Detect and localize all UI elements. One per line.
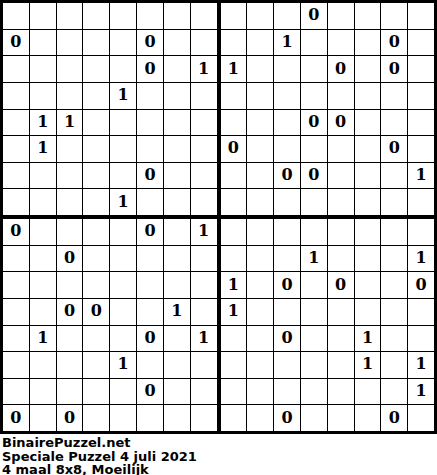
cell-r12-c6-empty[interactable] bbox=[164, 326, 190, 352]
cell-r14-c12-empty[interactable] bbox=[328, 379, 354, 405]
cell-r4-c14-empty[interactable] bbox=[381, 110, 407, 136]
cell-r13-c14-empty[interactable] bbox=[381, 352, 407, 378]
cell-r0-c9-empty[interactable] bbox=[247, 3, 273, 29]
cell-r12-c2-empty[interactable] bbox=[57, 326, 83, 352]
cell-r0-c13-empty[interactable] bbox=[355, 3, 381, 29]
cell-r0-c14-empty[interactable] bbox=[381, 3, 407, 29]
cell-r5-c10-empty[interactable] bbox=[274, 136, 300, 162]
cell-r8-c12-empty[interactable] bbox=[328, 219, 354, 245]
cell-r5-c7-empty[interactable] bbox=[191, 136, 217, 162]
cell-r0-c1-empty[interactable] bbox=[30, 3, 56, 29]
cell-r13-c13-clue-1[interactable]: 1 bbox=[355, 352, 381, 378]
cell-r10-c4-empty[interactable] bbox=[110, 272, 136, 298]
cell-r14-c1-empty[interactable] bbox=[30, 379, 56, 405]
cell-r3-c15-empty[interactable] bbox=[408, 83, 434, 109]
cell-r4-c8-empty[interactable] bbox=[221, 110, 247, 136]
cell-r5-c1-clue-1[interactable]: 1 bbox=[30, 136, 56, 162]
cell-r5-c6-empty[interactable] bbox=[164, 136, 190, 162]
cell-r15-c14-clue-0[interactable]: 0 bbox=[381, 405, 407, 431]
cell-r15-c11-empty[interactable] bbox=[301, 405, 327, 431]
cell-r4-c2-clue-1[interactable]: 1 bbox=[57, 110, 83, 136]
cell-r1-c6-empty[interactable] bbox=[164, 30, 190, 56]
cell-r15-c7-empty[interactable] bbox=[191, 405, 217, 431]
cell-r15-c6-empty[interactable] bbox=[164, 405, 190, 431]
cell-r3-c12-empty[interactable] bbox=[328, 83, 354, 109]
cell-r1-c0-clue-0[interactable]: 0 bbox=[3, 30, 29, 56]
cell-r12-c4-empty[interactable] bbox=[110, 326, 136, 352]
cell-r15-c15-empty[interactable] bbox=[408, 405, 434, 431]
cell-r4-c11-clue-0[interactable]: 0 bbox=[301, 110, 327, 136]
cell-r2-c15-empty[interactable] bbox=[408, 56, 434, 82]
cell-r11-c9-empty[interactable] bbox=[247, 299, 273, 325]
cell-r11-c8-clue-1[interactable]: 1 bbox=[221, 299, 247, 325]
cell-r1-c12-empty[interactable] bbox=[328, 30, 354, 56]
cell-r11-c7-empty[interactable] bbox=[191, 299, 217, 325]
cell-r3-c9-empty[interactable] bbox=[247, 83, 273, 109]
cell-r10-c11-empty[interactable] bbox=[301, 272, 327, 298]
cell-r9-c2-clue-0[interactable]: 0 bbox=[57, 246, 83, 272]
cell-r7-c14-empty[interactable] bbox=[381, 189, 407, 215]
cell-r13-c4-clue-1[interactable]: 1 bbox=[110, 352, 136, 378]
cell-r4-c0-empty[interactable] bbox=[3, 110, 29, 136]
cell-r11-c2-clue-0[interactable]: 0 bbox=[57, 299, 83, 325]
cell-r9-c5-empty[interactable] bbox=[137, 246, 163, 272]
cell-r1-c4-empty[interactable] bbox=[110, 30, 136, 56]
cell-r12-c11-empty[interactable] bbox=[301, 326, 327, 352]
cell-r1-c9-empty[interactable] bbox=[247, 30, 273, 56]
cell-r1-c15-empty[interactable] bbox=[408, 30, 434, 56]
cell-r5-c15-empty[interactable] bbox=[408, 136, 434, 162]
cell-r6-c5-clue-0[interactable]: 0 bbox=[137, 163, 163, 189]
cell-r14-c13-empty[interactable] bbox=[355, 379, 381, 405]
cell-r13-c5-empty[interactable] bbox=[137, 352, 163, 378]
cell-r7-c5-empty[interactable] bbox=[137, 189, 163, 215]
cell-r13-c12-empty[interactable] bbox=[328, 352, 354, 378]
cell-r6-c0-empty[interactable] bbox=[3, 163, 29, 189]
cell-r0-c7-empty[interactable] bbox=[191, 3, 217, 29]
cell-r15-c9-empty[interactable] bbox=[247, 405, 273, 431]
cell-r2-c12-clue-0[interactable]: 0 bbox=[328, 56, 354, 82]
cell-r7-c4-clue-1[interactable]: 1 bbox=[110, 189, 136, 215]
cell-r3-c0-empty[interactable] bbox=[3, 83, 29, 109]
cell-r11-c11-empty[interactable] bbox=[301, 299, 327, 325]
cell-r12-c14-empty[interactable] bbox=[381, 326, 407, 352]
cell-r5-c14-clue-0[interactable]: 0 bbox=[381, 136, 407, 162]
cell-r6-c12-empty[interactable] bbox=[328, 163, 354, 189]
cell-r15-c4-empty[interactable] bbox=[110, 405, 136, 431]
cell-r5-c4-empty[interactable] bbox=[110, 136, 136, 162]
cell-r1-c8-empty[interactable] bbox=[221, 30, 247, 56]
cell-r12-c7-clue-1[interactable]: 1 bbox=[191, 326, 217, 352]
cell-r5-c8-clue-0[interactable]: 0 bbox=[221, 136, 247, 162]
cell-r4-c9-empty[interactable] bbox=[247, 110, 273, 136]
cell-r4-c15-empty[interactable] bbox=[408, 110, 434, 136]
cell-r1-c7-empty[interactable] bbox=[191, 30, 217, 56]
cell-r6-c8-empty[interactable] bbox=[221, 163, 247, 189]
footer-puzzle-info: 4 maal 8x8, Moeilijk bbox=[2, 463, 437, 475]
cell-r9-c6-empty[interactable] bbox=[164, 246, 190, 272]
cell-r6-c1-empty[interactable] bbox=[30, 163, 56, 189]
cell-r14-c14-empty[interactable] bbox=[381, 379, 407, 405]
cell-r11-c10-empty[interactable] bbox=[274, 299, 300, 325]
cell-r7-c1-empty[interactable] bbox=[30, 189, 56, 215]
cell-r7-c13-empty[interactable] bbox=[355, 189, 381, 215]
cell-r8-c1-empty[interactable] bbox=[30, 219, 56, 245]
footer-puzzle-title: Speciale Puzzel 4 juli 2021 bbox=[2, 450, 437, 464]
cell-r13-c10-empty[interactable] bbox=[274, 352, 300, 378]
cell-r6-c4-empty[interactable] bbox=[110, 163, 136, 189]
cell-r3-c7-empty[interactable] bbox=[191, 83, 217, 109]
cell-r8-c8-empty[interactable] bbox=[221, 219, 247, 245]
cell-r4-c3-empty[interactable] bbox=[83, 110, 109, 136]
cell-r2-c11-empty[interactable] bbox=[301, 56, 327, 82]
cell-r7-c9-empty[interactable] bbox=[247, 189, 273, 215]
cell-r5-c0-empty[interactable] bbox=[3, 136, 29, 162]
cell-r2-c9-empty[interactable] bbox=[247, 56, 273, 82]
cell-r10-c2-empty[interactable] bbox=[57, 272, 83, 298]
cell-r6-c2-empty[interactable] bbox=[57, 163, 83, 189]
cell-r7-c0-empty[interactable] bbox=[3, 189, 29, 215]
cell-r8-c4-empty[interactable] bbox=[110, 219, 136, 245]
cell-r6-c6-empty[interactable] bbox=[164, 163, 190, 189]
cell-r2-c1-empty[interactable] bbox=[30, 56, 56, 82]
cell-r1-c2-empty[interactable] bbox=[57, 30, 83, 56]
cell-r14-c7-empty[interactable] bbox=[191, 379, 217, 405]
cell-r11-c0-empty[interactable] bbox=[3, 299, 29, 325]
cell-r8-c13-empty[interactable] bbox=[355, 219, 381, 245]
cell-r4-c7-empty[interactable] bbox=[191, 110, 217, 136]
cell-r8-c5-clue-0[interactable]: 0 bbox=[137, 219, 163, 245]
cell-r3-c5-empty[interactable] bbox=[137, 83, 163, 109]
cell-r9-c1-empty[interactable] bbox=[30, 246, 56, 272]
cell-r10-c10-clue-0[interactable]: 0 bbox=[274, 272, 300, 298]
cell-r10-c1-empty[interactable] bbox=[30, 272, 56, 298]
cell-r9-c3-empty[interactable] bbox=[83, 246, 109, 272]
cell-r12-c9-empty[interactable] bbox=[247, 326, 273, 352]
cell-r7-c11-empty[interactable] bbox=[301, 189, 327, 215]
cell-r11-c6-clue-1[interactable]: 1 bbox=[164, 299, 190, 325]
cell-r2-c4-empty[interactable] bbox=[110, 56, 136, 82]
cell-r2-c6-empty[interactable] bbox=[164, 56, 190, 82]
cell-r10-c0-empty[interactable] bbox=[3, 272, 29, 298]
cell-r1-c5-clue-0[interactable]: 0 bbox=[137, 30, 163, 56]
cell-r10-c12-clue-0[interactable]: 0 bbox=[328, 272, 354, 298]
cell-r15-c12-empty[interactable] bbox=[328, 405, 354, 431]
cell-r13-c1-empty[interactable] bbox=[30, 352, 56, 378]
cell-r9-c11-clue-1[interactable]: 1 bbox=[301, 246, 327, 272]
cell-r9-c12-empty[interactable] bbox=[328, 246, 354, 272]
cell-r3-c13-empty[interactable] bbox=[355, 83, 381, 109]
cell-r3-c1-empty[interactable] bbox=[30, 83, 56, 109]
cell-r11-c4-empty[interactable] bbox=[110, 299, 136, 325]
cell-r14-c8-empty[interactable] bbox=[221, 379, 247, 405]
cell-r14-c6-empty[interactable] bbox=[164, 379, 190, 405]
cell-r10-c3-empty[interactable] bbox=[83, 272, 109, 298]
cell-r12-c5-clue-0[interactable]: 0 bbox=[137, 326, 163, 352]
cell-r8-c14-empty[interactable] bbox=[381, 219, 407, 245]
cell-r0-c11-clue-0[interactable]: 0 bbox=[301, 3, 327, 29]
cell-r14-c10-empty[interactable] bbox=[274, 379, 300, 405]
cell-r2-c8-clue-1[interactable]: 1 bbox=[221, 56, 247, 82]
cell-r7-c10-empty[interactable] bbox=[274, 189, 300, 215]
cell-r9-c13-empty[interactable] bbox=[355, 246, 381, 272]
cell-r5-c3-empty[interactable] bbox=[83, 136, 109, 162]
cell-r15-c2-clue-0[interactable]: 0 bbox=[57, 405, 83, 431]
quadrant-bottom-left: 00100011011000 bbox=[3, 219, 217, 431]
cell-r8-c9-empty[interactable] bbox=[247, 219, 273, 245]
cell-r11-c13-empty[interactable] bbox=[355, 299, 381, 325]
cell-r10-c8-clue-1[interactable]: 1 bbox=[221, 272, 247, 298]
cell-r12-c8-empty[interactable] bbox=[221, 326, 247, 352]
cell-r13-c0-empty[interactable] bbox=[3, 352, 29, 378]
cell-r9-c0-empty[interactable] bbox=[3, 246, 29, 272]
cell-r9-c14-empty[interactable] bbox=[381, 246, 407, 272]
cell-r13-c9-empty[interactable] bbox=[247, 352, 273, 378]
cell-r15-c10-clue-0[interactable]: 0 bbox=[274, 405, 300, 431]
cell-r15-c1-empty[interactable] bbox=[30, 405, 56, 431]
cell-r4-c13-empty[interactable] bbox=[355, 110, 381, 136]
cell-r12-c3-empty[interactable] bbox=[83, 326, 109, 352]
puzzle-board: 0001111101 0101000000001 00100011011000 … bbox=[0, 0, 437, 434]
cell-r10-c5-empty[interactable] bbox=[137, 272, 163, 298]
cell-r4-c6-empty[interactable] bbox=[164, 110, 190, 136]
cell-r10-c13-empty[interactable] bbox=[355, 272, 381, 298]
cell-r12-c1-clue-1[interactable]: 1 bbox=[30, 326, 56, 352]
cell-r2-c13-empty[interactable] bbox=[355, 56, 381, 82]
cell-r8-c11-empty[interactable] bbox=[301, 219, 327, 245]
cell-r0-c8-empty[interactable] bbox=[221, 3, 247, 29]
cell-r4-c1-clue-1[interactable]: 1 bbox=[30, 110, 56, 136]
cell-r1-c13-empty[interactable] bbox=[355, 30, 381, 56]
cell-r1-c11-empty[interactable] bbox=[301, 30, 327, 56]
cell-r15-c8-empty[interactable] bbox=[221, 405, 247, 431]
cell-r13-c15-clue-1[interactable]: 1 bbox=[408, 352, 434, 378]
cell-r1-c3-empty[interactable] bbox=[83, 30, 109, 56]
cell-r15-c13-empty[interactable] bbox=[355, 405, 381, 431]
cell-r14-c15-clue-1[interactable]: 1 bbox=[408, 379, 434, 405]
cell-r5-c13-empty[interactable] bbox=[355, 136, 381, 162]
cell-r8-c3-empty[interactable] bbox=[83, 219, 109, 245]
cell-r3-c14-empty[interactable] bbox=[381, 83, 407, 109]
quadrant-bottom-right: 11100010111100 bbox=[221, 219, 435, 431]
cell-r0-c5-empty[interactable] bbox=[137, 3, 163, 29]
puzzle-page: 0001111101 0101000000001 00100011011000 … bbox=[0, 0, 437, 475]
cell-r14-c4-empty[interactable] bbox=[110, 379, 136, 405]
cell-r5-c2-empty[interactable] bbox=[57, 136, 83, 162]
cell-r13-c3-empty[interactable] bbox=[83, 352, 109, 378]
cell-r13-c8-empty[interactable] bbox=[221, 352, 247, 378]
cell-r15-c0-clue-0[interactable]: 0 bbox=[3, 405, 29, 431]
cell-r0-c0-empty[interactable] bbox=[3, 3, 29, 29]
cell-r2-c7-clue-1[interactable]: 1 bbox=[191, 56, 217, 82]
cell-r0-c12-empty[interactable] bbox=[328, 3, 354, 29]
cell-r7-c6-empty[interactable] bbox=[164, 189, 190, 215]
cell-r8-c10-empty[interactable] bbox=[274, 219, 300, 245]
cell-r12-c12-empty[interactable] bbox=[328, 326, 354, 352]
cell-r6-c10-clue-0[interactable]: 0 bbox=[274, 163, 300, 189]
cell-r2-c3-empty[interactable] bbox=[83, 56, 109, 82]
cell-r10-c14-empty[interactable] bbox=[381, 272, 407, 298]
quadrant-top-left: 0001111101 bbox=[3, 3, 217, 215]
cell-r4-c12-clue-0[interactable]: 0 bbox=[328, 110, 354, 136]
cell-r0-c4-empty[interactable] bbox=[110, 3, 136, 29]
cell-r9-c4-empty[interactable] bbox=[110, 246, 136, 272]
cell-r11-c1-empty[interactable] bbox=[30, 299, 56, 325]
cell-r7-c2-empty[interactable] bbox=[57, 189, 83, 215]
cell-r2-c5-clue-0[interactable]: 0 bbox=[137, 56, 163, 82]
cell-r12-c0-empty[interactable] bbox=[3, 326, 29, 352]
cell-r4-c4-empty[interactable] bbox=[110, 110, 136, 136]
cell-r9-c7-empty[interactable] bbox=[191, 246, 217, 272]
cell-r8-c6-empty[interactable] bbox=[164, 219, 190, 245]
cell-r14-c0-empty[interactable] bbox=[3, 379, 29, 405]
cell-r13-c11-empty[interactable] bbox=[301, 352, 327, 378]
cell-r1-c14-clue-0[interactable]: 0 bbox=[381, 30, 407, 56]
quadrant-top-right: 0101000000001 bbox=[221, 3, 435, 215]
cell-r3-c6-empty[interactable] bbox=[164, 83, 190, 109]
cell-r3-c4-clue-1[interactable]: 1 bbox=[110, 83, 136, 109]
cell-r8-c15-empty[interactable] bbox=[408, 219, 434, 245]
cell-r13-c2-empty[interactable] bbox=[57, 352, 83, 378]
cell-r5-c11-empty[interactable] bbox=[301, 136, 327, 162]
cell-r12-c15-empty[interactable] bbox=[408, 326, 434, 352]
cell-r7-c8-empty[interactable] bbox=[221, 189, 247, 215]
cell-r4-c5-empty[interactable] bbox=[137, 110, 163, 136]
cell-r3-c10-empty[interactable] bbox=[274, 83, 300, 109]
cell-r2-c14-clue-0[interactable]: 0 bbox=[381, 56, 407, 82]
cell-r9-c15-clue-1[interactable]: 1 bbox=[408, 246, 434, 272]
cell-r0-c6-empty[interactable] bbox=[164, 3, 190, 29]
cell-r11-c5-empty[interactable] bbox=[137, 299, 163, 325]
cell-r6-c3-empty[interactable] bbox=[83, 163, 109, 189]
cell-r2-c2-empty[interactable] bbox=[57, 56, 83, 82]
cell-r3-c2-empty[interactable] bbox=[57, 83, 83, 109]
cell-r7-c15-empty[interactable] bbox=[408, 189, 434, 215]
cell-r10-c9-empty[interactable] bbox=[247, 272, 273, 298]
cell-r13-c6-empty[interactable] bbox=[164, 352, 190, 378]
cell-r12-c13-clue-1[interactable]: 1 bbox=[355, 326, 381, 352]
cell-r5-c9-empty[interactable] bbox=[247, 136, 273, 162]
cell-r3-c8-empty[interactable] bbox=[221, 83, 247, 109]
cell-r6-c9-empty[interactable] bbox=[247, 163, 273, 189]
cell-r6-c11-clue-0[interactable]: 0 bbox=[301, 163, 327, 189]
cell-r8-c7-clue-1[interactable]: 1 bbox=[191, 219, 217, 245]
cell-r14-c11-empty[interactable] bbox=[301, 379, 327, 405]
cell-r0-c2-empty[interactable] bbox=[57, 3, 83, 29]
cell-r6-c14-empty[interactable] bbox=[381, 163, 407, 189]
cell-r1-c10-clue-1[interactable]: 1 bbox=[274, 30, 300, 56]
cell-r7-c7-empty[interactable] bbox=[191, 189, 217, 215]
footer-site-name: BinairePuzzel.net bbox=[2, 436, 437, 450]
cell-r5-c12-empty[interactable] bbox=[328, 136, 354, 162]
cell-r6-c13-empty[interactable] bbox=[355, 163, 381, 189]
cell-r11-c14-empty[interactable] bbox=[381, 299, 407, 325]
cell-r9-c8-empty[interactable] bbox=[221, 246, 247, 272]
cell-r0-c15-empty[interactable] bbox=[408, 3, 434, 29]
cell-r1-c1-empty[interactable] bbox=[30, 30, 56, 56]
cell-r0-c10-empty[interactable] bbox=[274, 3, 300, 29]
cell-r9-c10-empty[interactable] bbox=[274, 246, 300, 272]
cell-r14-c5-clue-0[interactable]: 0 bbox=[137, 379, 163, 405]
cell-r14-c9-empty[interactable] bbox=[247, 379, 273, 405]
cell-r13-c7-empty[interactable] bbox=[191, 352, 217, 378]
cell-r11-c12-empty[interactable] bbox=[328, 299, 354, 325]
cell-r7-c12-empty[interactable] bbox=[328, 189, 354, 215]
cell-r10-c15-clue-0[interactable]: 0 bbox=[408, 272, 434, 298]
cell-r9-c9-empty[interactable] bbox=[247, 246, 273, 272]
cell-r14-c2-empty[interactable] bbox=[57, 379, 83, 405]
cell-r11-c3-clue-0[interactable]: 0 bbox=[83, 299, 109, 325]
cell-r7-c3-empty[interactable] bbox=[83, 189, 109, 215]
cell-r14-c3-empty[interactable] bbox=[83, 379, 109, 405]
cell-r10-c6-empty[interactable] bbox=[164, 272, 190, 298]
cell-r11-c15-empty[interactable] bbox=[408, 299, 434, 325]
cell-r8-c0-clue-0[interactable]: 0 bbox=[3, 219, 29, 245]
cell-r6-c15-clue-1[interactable]: 1 bbox=[408, 163, 434, 189]
cell-r2-c0-empty[interactable] bbox=[3, 56, 29, 82]
cell-r15-c3-empty[interactable] bbox=[83, 405, 109, 431]
cell-r5-c5-empty[interactable] bbox=[137, 136, 163, 162]
cell-r12-c10-clue-0[interactable]: 0 bbox=[274, 326, 300, 352]
cell-r2-c10-empty[interactable] bbox=[274, 56, 300, 82]
footer: BinairePuzzel.net Speciale Puzzel 4 juli… bbox=[0, 434, 437, 475]
cell-r10-c7-empty[interactable] bbox=[191, 272, 217, 298]
cell-r0-c3-empty[interactable] bbox=[83, 3, 109, 29]
cell-r6-c7-empty[interactable] bbox=[191, 163, 217, 189]
cell-r3-c3-empty[interactable] bbox=[83, 83, 109, 109]
cell-r3-c11-empty[interactable] bbox=[301, 83, 327, 109]
cell-r4-c10-empty[interactable] bbox=[274, 110, 300, 136]
cell-r8-c2-empty[interactable] bbox=[57, 219, 83, 245]
cell-r15-c5-empty[interactable] bbox=[137, 405, 163, 431]
